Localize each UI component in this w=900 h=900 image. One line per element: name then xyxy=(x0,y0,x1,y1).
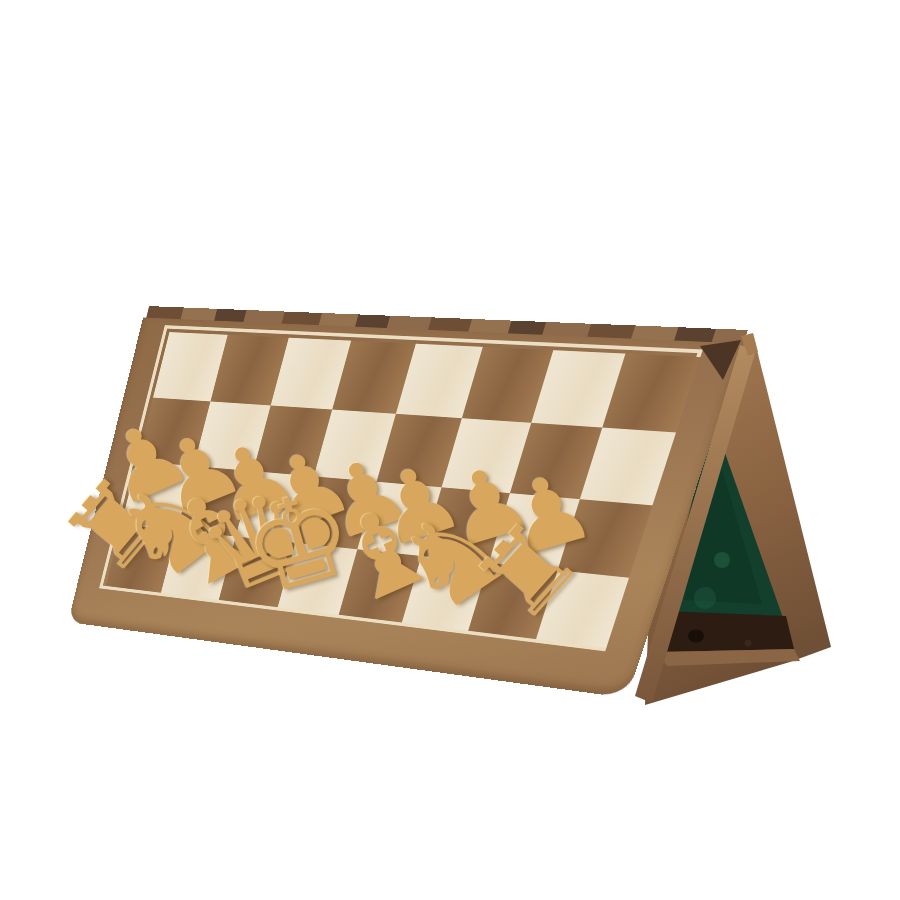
pieces-layer: ♟♟♟♟♟♟♟♟♜♞♝♛♚♝♞♜ xyxy=(0,0,900,900)
product-photo-stage: ♟♟♟♟♟♟♟♟♜♞♝♛♚♝♞♜ xyxy=(0,0,900,900)
